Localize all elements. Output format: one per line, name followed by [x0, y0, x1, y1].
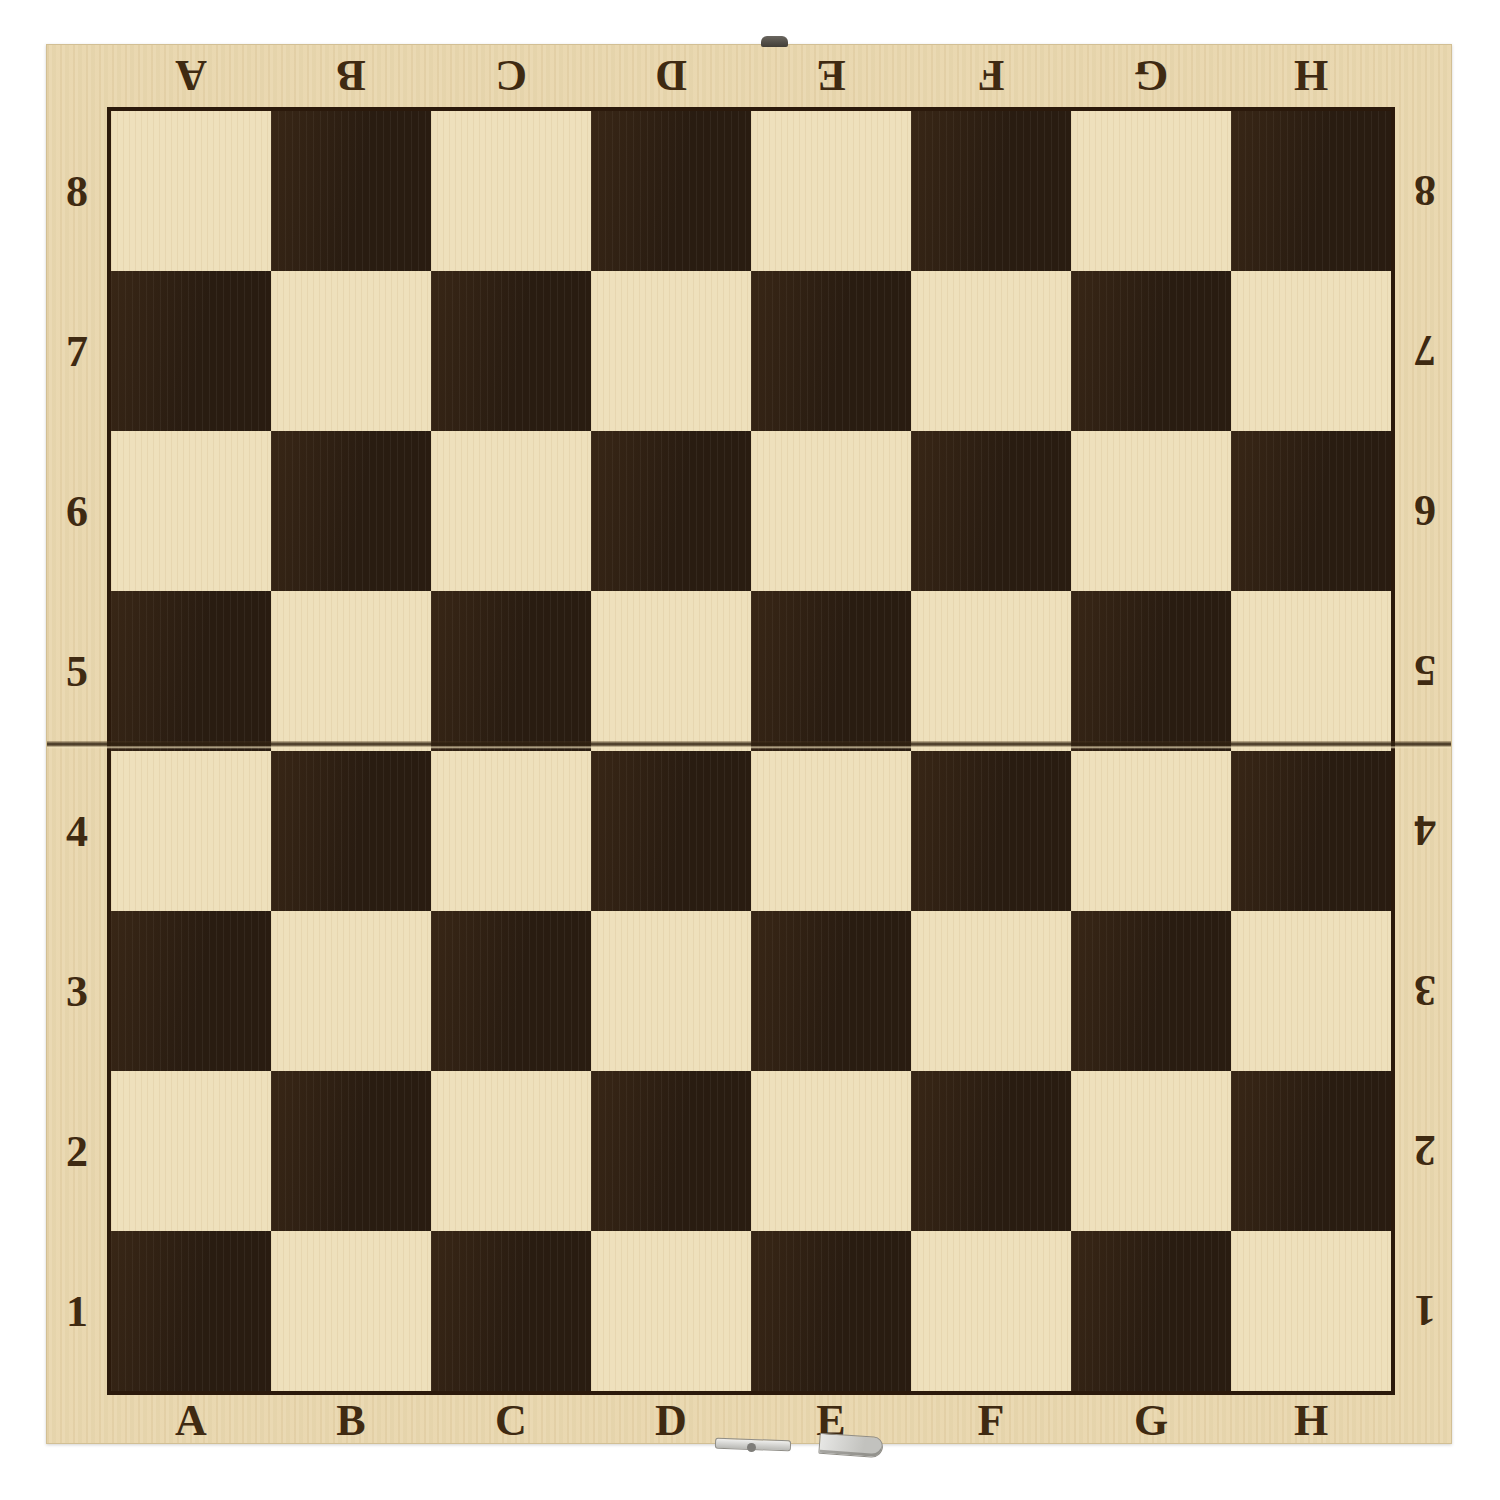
square-e7[interactable] [751, 271, 911, 431]
square-b4[interactable] [271, 751, 431, 911]
square-f1[interactable] [911, 1231, 1071, 1391]
square-g6[interactable] [1071, 431, 1231, 591]
file-label-top-f: F [911, 47, 1071, 105]
square-b5[interactable] [271, 591, 431, 751]
square-h5[interactable] [1231, 591, 1391, 751]
rank-label-right-5: 5 [1397, 591, 1453, 751]
rank-label-left-3: 3 [49, 911, 105, 1071]
square-a8[interactable] [111, 111, 271, 271]
file-label-bottom-f: F [911, 1397, 1071, 1443]
square-d6[interactable] [591, 431, 751, 591]
file-label-bottom-h: H [1231, 1397, 1391, 1443]
file-label-bottom-d: D [591, 1397, 751, 1443]
square-h4[interactable] [1231, 751, 1391, 911]
square-d2[interactable] [591, 1071, 751, 1231]
file-label-top-h: H [1231, 47, 1391, 105]
square-h3[interactable] [1231, 911, 1391, 1071]
square-b3[interactable] [271, 911, 431, 1071]
file-label-top-e: E [751, 47, 911, 105]
square-d4[interactable] [591, 751, 751, 911]
rank-label-right-8: 8 [1397, 111, 1453, 271]
square-b7[interactable] [271, 271, 431, 431]
square-g8[interactable] [1071, 111, 1231, 271]
page-background: ABCDEFGH 87654321 87654321 ABCDEFGH [0, 0, 1500, 1500]
rank-label-left-6: 6 [49, 431, 105, 591]
square-e3[interactable] [751, 911, 911, 1071]
square-g1[interactable] [1071, 1231, 1231, 1391]
square-b2[interactable] [271, 1071, 431, 1231]
clasp-screw-icon [747, 1443, 756, 1452]
square-e6[interactable] [751, 431, 911, 591]
hinge-pin-icon [761, 36, 788, 47]
square-e1[interactable] [751, 1231, 911, 1391]
square-e4[interactable] [751, 751, 911, 911]
rank-label-right-1: 1 [1397, 1231, 1453, 1391]
square-b6[interactable] [271, 431, 431, 591]
square-f7[interactable] [911, 271, 1071, 431]
square-h8[interactable] [1231, 111, 1391, 271]
square-h6[interactable] [1231, 431, 1391, 591]
playing-field [107, 107, 1395, 1395]
square-a7[interactable] [111, 271, 271, 431]
file-label-top-b: B [271, 47, 431, 105]
square-d7[interactable] [591, 271, 751, 431]
square-a5[interactable] [111, 591, 271, 751]
file-label-bottom-a: A [111, 1397, 271, 1443]
rank-label-left-8: 8 [49, 111, 105, 271]
rank-label-right-3: 3 [1397, 911, 1453, 1071]
file-label-bottom-b: B [271, 1397, 431, 1443]
rank-label-right-6: 6 [1397, 431, 1453, 591]
square-a6[interactable] [111, 431, 271, 591]
file-labels-top: ABCDEFGH [111, 47, 1391, 105]
rank-label-left-1: 1 [49, 1231, 105, 1391]
rank-label-left-7: 7 [49, 271, 105, 431]
rank-label-right-7: 7 [1397, 271, 1453, 431]
square-a1[interactable] [111, 1231, 271, 1391]
square-f4[interactable] [911, 751, 1071, 911]
square-e8[interactable] [751, 111, 911, 271]
rank-labels-left: 87654321 [49, 111, 105, 1391]
square-g4[interactable] [1071, 751, 1231, 911]
square-h1[interactable] [1231, 1231, 1391, 1391]
square-f6[interactable] [911, 431, 1071, 591]
chessboard: ABCDEFGH 87654321 87654321 ABCDEFGH [46, 44, 1452, 1444]
square-d3[interactable] [591, 911, 751, 1071]
rank-labels-right: 87654321 [1397, 111, 1453, 1391]
square-f2[interactable] [911, 1071, 1071, 1231]
square-c7[interactable] [431, 271, 591, 431]
square-d1[interactable] [591, 1231, 751, 1391]
file-label-top-c: C [431, 47, 591, 105]
square-a4[interactable] [111, 751, 271, 911]
square-g5[interactable] [1071, 591, 1231, 751]
file-label-bottom-g: G [1071, 1397, 1231, 1443]
square-d5[interactable] [591, 591, 751, 751]
clasp-latch-icon [818, 1433, 883, 1458]
square-f5[interactable] [911, 591, 1071, 751]
square-g3[interactable] [1071, 911, 1231, 1071]
square-c5[interactable] [431, 591, 591, 751]
rank-label-left-5: 5 [49, 591, 105, 751]
square-c1[interactable] [431, 1231, 591, 1391]
square-c3[interactable] [431, 911, 591, 1071]
square-h7[interactable] [1231, 271, 1391, 431]
file-labels-bottom: ABCDEFGH [111, 1397, 1391, 1443]
square-c2[interactable] [431, 1071, 591, 1231]
square-e5[interactable] [751, 591, 911, 751]
square-e2[interactable] [751, 1071, 911, 1231]
fold-seam [47, 741, 1451, 749]
square-f8[interactable] [911, 111, 1071, 271]
square-c4[interactable] [431, 751, 591, 911]
file-label-top-d: D [591, 47, 751, 105]
square-a2[interactable] [111, 1071, 271, 1231]
rank-label-left-4: 4 [49, 751, 105, 911]
file-label-top-g: G [1071, 47, 1231, 105]
rank-label-right-2: 2 [1397, 1071, 1453, 1231]
square-a3[interactable] [111, 911, 271, 1071]
square-g7[interactable] [1071, 271, 1231, 431]
file-label-bottom-c: C [431, 1397, 591, 1443]
rank-label-left-2: 2 [49, 1071, 105, 1231]
file-label-top-a: A [111, 47, 271, 105]
square-g2[interactable] [1071, 1071, 1231, 1231]
square-c6[interactable] [431, 431, 591, 591]
square-b1[interactable] [271, 1231, 431, 1391]
square-c8[interactable] [431, 111, 591, 271]
square-f3[interactable] [911, 911, 1071, 1071]
square-d8[interactable] [591, 111, 751, 271]
square-b8[interactable] [271, 111, 431, 271]
rank-label-right-4: 4 [1397, 751, 1453, 911]
square-h2[interactable] [1231, 1071, 1391, 1231]
